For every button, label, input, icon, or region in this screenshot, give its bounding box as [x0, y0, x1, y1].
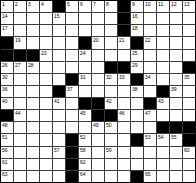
cell-r8c1[interactable]: 36 — [1, 86, 13, 97]
clue-number-36: 36 — [2, 86, 8, 92]
clue-number-17: 17 — [2, 25, 8, 31]
cell-r1c7[interactable]: 6 — [79, 1, 91, 12]
cell-r15c15[interactable] — [183, 171, 195, 182]
clue-number-45: 45 — [80, 110, 86, 116]
clue-number-52: 52 — [80, 134, 86, 140]
clue-number-57: 57 — [54, 147, 60, 153]
cell-r11c10[interactable] — [118, 122, 130, 133]
cell-r11c7[interactable] — [79, 122, 91, 133]
cell-r9c2[interactable] — [14, 98, 26, 109]
clue-number-16: 16 — [132, 13, 138, 19]
cell-r3c12[interactable] — [144, 25, 156, 36]
clue-number-33: 33 — [119, 74, 125, 80]
cell-r15c2[interactable] — [14, 171, 26, 182]
cell-r3c5[interactable] — [53, 25, 65, 36]
cell-r13c10[interactable] — [118, 147, 130, 158]
cell-r11c12[interactable] — [144, 122, 156, 133]
cell-r14c5[interactable] — [53, 159, 65, 170]
clue-number-43: 43 — [158, 98, 164, 104]
cell-r4c5[interactable] — [53, 37, 65, 48]
black-cell-r9c7 — [79, 98, 91, 109]
cell-r2c11[interactable]: 16 — [131, 13, 143, 24]
cell-r14c9[interactable] — [105, 159, 117, 170]
cell-r2c8[interactable] — [92, 13, 104, 24]
black-cell-r10c9 — [105, 110, 117, 121]
cell-r7c9[interactable]: 32 — [105, 74, 117, 85]
cell-r5c6[interactable] — [66, 50, 78, 61]
cell-r15c12[interactable]: 65 — [144, 171, 156, 182]
cell-r14c2[interactable] — [14, 159, 26, 170]
black-cell-r5c2 — [14, 50, 26, 61]
cell-r2c14[interactable] — [170, 13, 182, 24]
black-cell-r1c5 — [53, 1, 65, 12]
cell-r14c10[interactable] — [118, 159, 130, 170]
cell-r7c10[interactable]: 33 — [118, 74, 130, 85]
cell-r10c2[interactable]: 44 — [14, 110, 26, 121]
cell-r11c6[interactable] — [66, 122, 78, 133]
cell-r5c7[interactable]: 24 — [79, 50, 91, 61]
cell-r6c2[interactable]: 27 — [14, 62, 26, 73]
black-cell-r5c3 — [27, 50, 39, 61]
clue-number-27: 27 — [15, 62, 21, 68]
cell-r3c1[interactable]: 17 — [1, 25, 13, 36]
clue-number-9: 9 — [132, 1, 135, 7]
cell-r9c14[interactable] — [170, 98, 182, 109]
black-cell-r9c8 — [92, 98, 104, 109]
cell-r1c11[interactable]: 9 — [131, 1, 143, 12]
cell-r12c9[interactable] — [105, 134, 117, 145]
clue-number-64: 64 — [80, 171, 86, 177]
cell-r7c15[interactable]: 35 — [183, 74, 195, 85]
cell-r2c5[interactable]: 15 — [53, 13, 65, 24]
black-cell-r13c6 — [66, 147, 78, 158]
clue-number-22: 22 — [145, 37, 151, 43]
cell-r3c2[interactable] — [14, 25, 26, 36]
cell-r3c3[interactable] — [27, 25, 39, 36]
black-cell-r8c13 — [157, 86, 169, 97]
cell-r9c1[interactable]: 40 — [1, 98, 13, 109]
cell-r13c4[interactable] — [40, 147, 52, 158]
clue-number-37: 37 — [67, 86, 73, 92]
cell-r1c9[interactable]: 8 — [105, 1, 117, 12]
black-cell-r4c1 — [1, 37, 13, 48]
cell-r8c10[interactable] — [118, 86, 130, 97]
cell-r10c12[interactable]: 47 — [144, 110, 156, 121]
cell-r9c9[interactable]: 42 — [105, 98, 117, 109]
cell-r1c8[interactable]: 7 — [92, 1, 104, 12]
clue-number-23: 23 — [41, 50, 47, 56]
black-cell-r10c1 — [1, 110, 13, 121]
clue-number-65: 65 — [145, 171, 151, 177]
cell-r12c10[interactable] — [118, 134, 130, 145]
cell-r9c10[interactable] — [118, 98, 130, 109]
cell-r11c4[interactable] — [40, 122, 52, 133]
black-cell-r1c10 — [118, 1, 130, 12]
cell-r14c11[interactable] — [131, 159, 143, 170]
clue-number-61: 61 — [2, 159, 8, 165]
cell-r10c11[interactable] — [131, 110, 143, 121]
clue-number-53: 53 — [145, 134, 151, 140]
clue-number-6: 6 — [80, 1, 83, 7]
cell-r11c3[interactable] — [27, 122, 39, 133]
clue-number-20: 20 — [93, 37, 99, 43]
clue-number-19: 19 — [15, 37, 21, 43]
cell-r6c13[interactable] — [157, 62, 169, 73]
cell-r8c8[interactable] — [92, 86, 104, 97]
cell-r4c6[interactable] — [66, 37, 78, 48]
cell-r15c8[interactable] — [92, 171, 104, 182]
cell-r3c8[interactable] — [92, 25, 104, 36]
cell-r14c4[interactable] — [40, 159, 52, 170]
black-cell-r10c8 — [92, 110, 104, 121]
cell-r14c15[interactable] — [183, 159, 195, 170]
cell-r5c14[interactable] — [170, 50, 182, 61]
cell-r3c14[interactable] — [170, 25, 182, 36]
cell-r10c6[interactable] — [66, 110, 78, 121]
cell-r13c8[interactable] — [92, 147, 104, 158]
cell-r9c4[interactable] — [40, 98, 52, 109]
clue-number-50: 50 — [106, 122, 112, 128]
cell-r4c3[interactable] — [27, 37, 39, 48]
cell-r15c5[interactable] — [53, 171, 65, 182]
clue-number-39: 39 — [171, 86, 177, 92]
cell-r11c5[interactable] — [53, 122, 65, 133]
clue-number-55: 55 — [171, 134, 177, 140]
cell-r1c1[interactable]: 1 — [1, 1, 13, 12]
cell-r8c7[interactable] — [79, 86, 91, 97]
cell-r14c13[interactable] — [157, 159, 169, 170]
cell-r1c12[interactable]: 10 — [144, 1, 156, 12]
clue-number-2: 2 — [15, 1, 18, 7]
black-cell-r8c5 — [53, 86, 65, 97]
cell-r12c3[interactable] — [27, 134, 39, 145]
cell-r7c13[interactable] — [157, 74, 169, 85]
cell-r13c12[interactable] — [144, 147, 156, 158]
cell-r8c4[interactable] — [40, 86, 52, 97]
clue-number-8: 8 — [106, 1, 109, 7]
cell-r12c12[interactable]: 53 — [144, 134, 156, 145]
cell-r5c15[interactable] — [183, 50, 195, 61]
cell-r15c4[interactable] — [40, 171, 52, 182]
cell-r6c4[interactable] — [40, 62, 52, 73]
clue-number-49: 49 — [93, 122, 99, 128]
black-cell-r9c12 — [144, 98, 156, 109]
cell-r11c9[interactable]: 50 — [105, 122, 117, 133]
cell-r10c5[interactable] — [53, 110, 65, 121]
cell-r12c5[interactable] — [53, 134, 65, 145]
cell-r5c13[interactable] — [157, 50, 169, 61]
cell-r13c3[interactable] — [27, 147, 39, 158]
clue-number-41: 41 — [54, 98, 60, 104]
cell-r1c6[interactable]: 5 — [66, 1, 78, 12]
cell-r7c12[interactable]: 34 — [144, 74, 156, 85]
cell-r5c11[interactable]: 25 — [131, 50, 143, 61]
cell-r4c2[interactable]: 19 — [14, 37, 26, 48]
cell-r13c11[interactable] — [131, 147, 143, 158]
clue-number-46: 46 — [119, 110, 125, 116]
clue-number-38: 38 — [132, 86, 138, 92]
black-cell-r2c10 — [118, 13, 130, 24]
cell-r15c1[interactable]: 63 — [1, 171, 13, 182]
cell-r1c3[interactable]: 3 — [27, 1, 39, 12]
cell-r7c14[interactable] — [170, 74, 182, 85]
clue-number-12: 12 — [171, 1, 177, 7]
clue-number-54: 54 — [158, 134, 164, 140]
clue-number-42: 42 — [106, 98, 112, 104]
crossword-grid: 1234567891011121314151617181920212223242… — [0, 0, 196, 183]
cell-r14c12[interactable] — [144, 159, 156, 170]
cell-r3c6[interactable] — [66, 25, 78, 36]
clue-number-29: 29 — [132, 62, 138, 68]
cell-r2c12[interactable] — [144, 13, 156, 24]
cell-r13c7[interactable]: 58 — [79, 147, 91, 158]
cell-r6c3[interactable]: 28 — [27, 62, 39, 73]
cell-r8c11[interactable]: 38 — [131, 86, 143, 97]
clue-number-34: 34 — [145, 74, 151, 80]
clue-number-13: 13 — [184, 1, 190, 7]
cell-r5c9[interactable] — [105, 50, 117, 61]
clue-number-5: 5 — [67, 1, 70, 7]
cell-r6c7[interactable] — [79, 62, 91, 73]
black-cell-r7c6 — [66, 74, 78, 85]
cell-r10c15[interactable] — [183, 110, 195, 121]
black-cell-r12c15 — [183, 134, 195, 145]
cell-r6c12[interactable] — [144, 62, 156, 73]
cell-r4c4[interactable] — [40, 37, 52, 48]
cell-r15c13[interactable] — [157, 171, 169, 182]
clue-number-10: 10 — [145, 1, 151, 7]
cell-r14c8[interactable] — [92, 159, 104, 170]
clue-number-48: 48 — [2, 122, 8, 128]
cell-r5c10[interactable] — [118, 50, 130, 61]
black-cell-r15c11 — [131, 171, 143, 182]
cell-r6c5[interactable] — [53, 62, 65, 73]
cell-r5c4[interactable]: 23 — [40, 50, 52, 61]
clue-number-25: 25 — [132, 50, 138, 56]
cell-r2c4[interactable] — [40, 13, 52, 24]
cell-r2c2[interactable] — [14, 13, 26, 24]
clue-number-4: 4 — [41, 1, 44, 7]
clue-number-35: 35 — [184, 74, 190, 80]
cell-r14c3[interactable] — [27, 159, 39, 170]
cell-r15c9[interactable] — [105, 171, 117, 182]
cell-r6c1[interactable]: 26 — [1, 62, 13, 73]
cell-r3c7[interactable] — [79, 25, 91, 36]
clue-number-60: 60 — [184, 147, 190, 153]
black-cell-r11c14 — [170, 122, 182, 133]
cell-r3c9[interactable] — [105, 25, 117, 36]
cell-r5c12[interactable] — [144, 50, 156, 61]
cell-r13c2[interactable] — [14, 147, 26, 158]
cell-r8c6[interactable]: 37 — [66, 86, 78, 97]
cell-r12c13[interactable]: 54 — [157, 134, 169, 145]
clue-number-56: 56 — [2, 147, 8, 153]
cell-r9c13[interactable]: 43 — [157, 98, 169, 109]
cell-r12c1[interactable]: 51 — [1, 134, 13, 145]
clue-number-28: 28 — [28, 62, 34, 68]
black-cell-r6c10 — [118, 62, 130, 73]
clue-number-58: 58 — [80, 147, 86, 153]
cell-r3c15[interactable] — [183, 25, 195, 36]
cell-r14c14[interactable] — [170, 159, 182, 170]
cell-r13c9[interactable]: 59 — [105, 147, 117, 158]
clue-number-63: 63 — [2, 171, 8, 177]
black-cell-r6c9 — [105, 62, 117, 73]
cell-r7c7[interactable]: 31 — [79, 74, 91, 85]
cell-r1c14[interactable]: 12 — [170, 1, 182, 12]
cell-r12c8[interactable] — [92, 134, 104, 145]
cell-r15c3[interactable] — [27, 171, 39, 182]
cell-r1c4[interactable]: 4 — [40, 1, 52, 12]
cell-r3c11[interactable]: 18 — [131, 25, 143, 36]
cell-r13c13[interactable] — [157, 147, 169, 158]
clue-number-51: 51 — [2, 134, 8, 140]
cell-r2c9[interactable] — [105, 13, 117, 24]
cell-r5c5[interactable] — [53, 50, 65, 61]
cell-r8c14[interactable]: 39 — [170, 86, 182, 97]
cell-r4c10[interactable]: 21 — [118, 37, 130, 48]
cell-r10c10[interactable]: 46 — [118, 110, 130, 121]
cell-r8c9[interactable] — [105, 86, 117, 97]
black-cell-r11c15 — [183, 122, 195, 133]
cell-r10c4[interactable] — [40, 110, 52, 121]
cell-r8c2[interactable] — [14, 86, 26, 97]
cell-r15c7[interactable]: 64 — [79, 171, 91, 182]
black-cell-r4c7 — [79, 37, 91, 48]
clue-number-26: 26 — [2, 62, 8, 68]
cell-r6c11[interactable]: 29 — [131, 62, 143, 73]
cell-r10c7[interactable]: 45 — [79, 110, 91, 121]
cell-r14c1[interactable]: 61 — [1, 159, 13, 170]
cell-r14c7[interactable]: 62 — [79, 159, 91, 170]
cell-r12c7[interactable]: 52 — [79, 134, 91, 145]
cell-r9c3[interactable] — [27, 98, 39, 109]
clue-number-11: 11 — [158, 1, 163, 7]
cell-r10c3[interactable] — [27, 110, 39, 121]
cell-r8c3[interactable] — [27, 86, 39, 97]
black-cell-r3c10 — [118, 25, 130, 36]
clue-number-3: 3 — [28, 1, 31, 7]
black-cell-r15c6 — [66, 171, 78, 182]
clue-number-18: 18 — [132, 25, 138, 31]
cell-r11c2[interactable] — [14, 122, 26, 133]
black-cell-r12c6 — [66, 134, 78, 145]
clue-number-15: 15 — [54, 13, 60, 19]
cell-r6c6[interactable] — [66, 62, 78, 73]
cell-r4c9[interactable] — [105, 37, 117, 48]
cell-r9c5[interactable]: 41 — [53, 98, 65, 109]
clue-number-32: 32 — [106, 74, 112, 80]
cell-r2c15[interactable] — [183, 13, 195, 24]
cell-r1c15[interactable]: 13 — [183, 1, 195, 12]
black-cell-r5c1 — [1, 50, 13, 61]
cell-r13c5[interactable]: 57 — [53, 147, 65, 158]
cell-r13c1[interactable]: 56 — [1, 147, 13, 158]
clue-number-47: 47 — [145, 110, 151, 116]
cell-r2c3[interactable] — [27, 13, 39, 24]
cell-r2c13[interactable] — [157, 13, 169, 24]
clue-number-40: 40 — [2, 98, 8, 104]
cell-r7c1[interactable]: 30 — [1, 74, 13, 85]
cell-r9c11[interactable] — [131, 98, 143, 109]
cell-r9c15[interactable] — [183, 98, 195, 109]
cell-r12c14[interactable]: 55 — [170, 134, 182, 145]
cell-r8c15[interactable] — [183, 86, 195, 97]
cell-r12c4[interactable] — [40, 134, 52, 145]
cell-r4c13[interactable] — [157, 37, 169, 48]
cell-r2c6[interactable] — [66, 13, 78, 24]
black-cell-r12c11 — [131, 134, 143, 145]
clue-number-62: 62 — [80, 159, 86, 165]
black-cell-r7c11 — [131, 74, 143, 85]
clue-number-24: 24 — [80, 50, 86, 56]
cell-r7c5[interactable] — [53, 74, 65, 85]
cell-r13c14[interactable] — [170, 147, 182, 158]
cell-r11c1[interactable]: 48 — [1, 122, 13, 133]
cell-r15c14[interactable] — [170, 171, 182, 182]
cell-r7c4[interactable] — [40, 74, 52, 85]
cell-r4c15[interactable] — [183, 37, 195, 48]
cell-r13c15[interactable]: 60 — [183, 147, 195, 158]
cell-r8c12[interactable] — [144, 86, 156, 97]
cell-r11c8[interactable]: 49 — [92, 122, 104, 133]
black-cell-r11c13 — [157, 122, 169, 133]
cell-r10c14[interactable] — [170, 110, 182, 121]
cell-r2c1[interactable]: 14 — [1, 13, 13, 24]
clue-number-1: 1 — [2, 1, 5, 7]
clue-number-31: 31 — [80, 74, 86, 80]
cell-r1c2[interactable]: 2 — [14, 1, 26, 12]
cell-r3c4[interactable] — [40, 25, 52, 36]
black-cell-r6c15 — [183, 62, 195, 73]
cell-r4c8[interactable]: 20 — [92, 37, 104, 48]
cell-r7c3[interactable] — [27, 74, 39, 85]
clue-number-7: 7 — [93, 1, 96, 7]
cell-r3c13[interactable] — [157, 25, 169, 36]
cell-r9c6[interactable] — [66, 98, 78, 109]
cell-r5c8[interactable] — [92, 50, 104, 61]
cell-r4c14[interactable] — [170, 37, 182, 48]
cell-r7c2[interactable] — [14, 74, 26, 85]
clue-number-30: 30 — [2, 74, 8, 80]
cell-r2c7[interactable] — [79, 13, 91, 24]
cell-r7c8[interactable] — [92, 74, 104, 85]
cell-r4c12[interactable]: 22 — [144, 37, 156, 48]
cell-r15c10[interactable] — [118, 171, 130, 182]
clue-number-59: 59 — [106, 147, 112, 153]
cell-r1c13[interactable]: 11 — [157, 1, 169, 12]
cell-r11c11[interactable] — [131, 122, 143, 133]
clue-number-44: 44 — [15, 110, 21, 116]
black-cell-r4c11 — [131, 37, 143, 48]
cell-r10c13[interactable] — [157, 110, 169, 121]
cell-r12c2[interactable] — [14, 134, 26, 145]
cell-r6c8[interactable] — [92, 62, 104, 73]
black-cell-r14c6 — [66, 159, 78, 170]
cell-r6c14[interactable] — [170, 62, 182, 73]
clue-number-14: 14 — [2, 13, 8, 19]
clue-number-21: 21 — [119, 37, 125, 43]
